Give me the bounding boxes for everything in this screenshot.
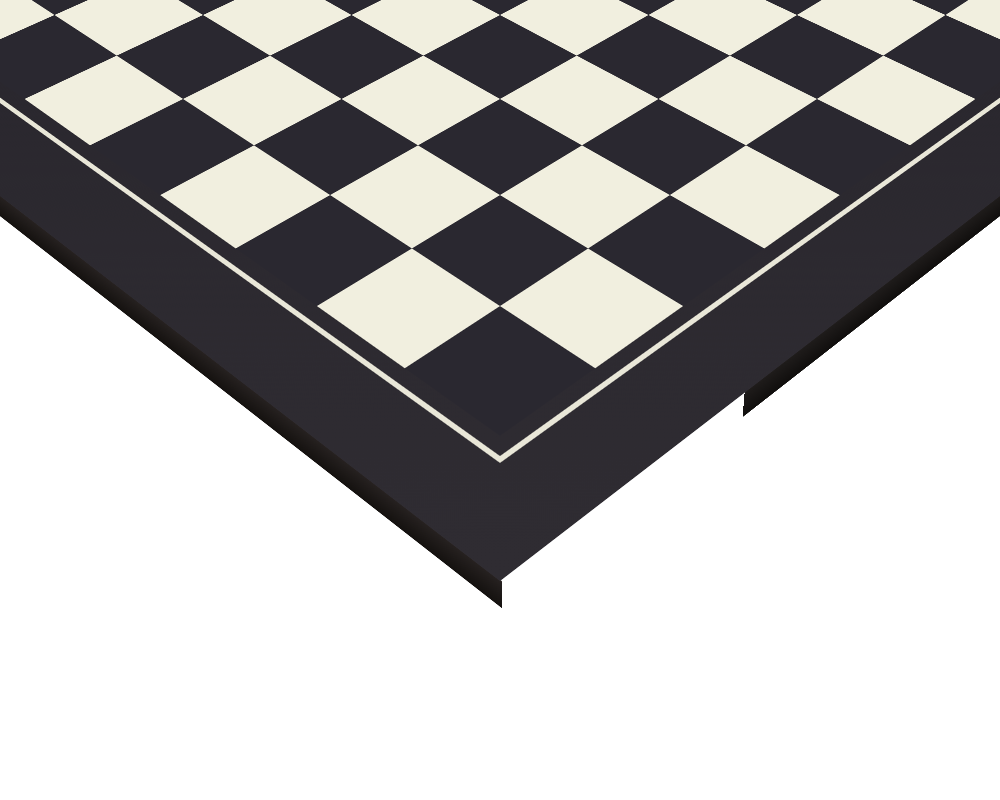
product-photo-background: [0, 0, 1000, 800]
board-frame: [0, 0, 1000, 581]
playing-area: [0, 0, 1000, 436]
chess-board: [0, 0, 1000, 581]
